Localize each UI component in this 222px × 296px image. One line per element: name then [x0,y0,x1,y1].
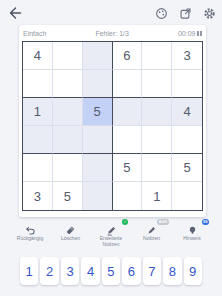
palette-icon[interactable] [155,6,168,19]
cell-r4c5[interactable] [142,126,172,154]
difficulty-label: Einfach [23,30,46,37]
cell-r5c4[interactable]: 5 [113,154,143,182]
cell-r2c4[interactable] [113,70,143,98]
cell-r5c5[interactable] [142,154,172,182]
advanced-notes-label: Erweiterte Notizen [91,235,131,248]
pen-icon [146,222,157,233]
erase-label: Löschen [61,235,80,241]
cell-r2c3[interactable] [83,70,113,98]
timer: 00:09 [178,30,196,37]
cell-r6c5[interactable]: 1 [142,182,172,210]
hint-badge: 99 [202,219,209,225]
cell-r1c2[interactable] [53,42,83,70]
cell-r3c4[interactable] [113,98,143,126]
sudoku-app: Einfach Fehler: 1/3 00:09 46315455351 Rü… [0,0,222,296]
hint-label: Hinweis [183,235,201,241]
notes-badge: AUS [157,219,168,225]
cell-r3c1[interactable]: 1 [23,98,53,126]
notes-button[interactable]: AUSNotizen [132,222,172,248]
top-bar-actions [155,6,216,19]
numpad-key-9[interactable]: 9 [184,257,202,285]
eraser-icon [65,222,76,233]
cell-r2c2[interactable] [53,70,83,98]
cell-r3c3[interactable]: 5 [83,98,113,126]
cell-r1c4[interactable]: 6 [113,42,143,70]
cell-r3c2[interactable] [53,98,83,126]
cell-r5c6[interactable]: 5 [172,154,202,182]
cell-r5c1[interactable] [23,154,53,182]
numpad-key-4[interactable]: 4 [81,257,99,285]
cell-r4c4[interactable] [113,126,143,154]
cell-r2c5[interactable] [142,70,172,98]
open-in-new-icon[interactable] [179,6,192,19]
cell-r4c6[interactable] [172,126,202,154]
cell-r6c4[interactable] [113,182,143,210]
numpad-key-8[interactable]: 8 [163,257,181,285]
cell-r6c3[interactable] [83,182,113,210]
cell-r4c1[interactable] [23,126,53,154]
undo-button[interactable]: Rückgängig [10,222,50,248]
sudoku-board: 46315455351 [22,41,203,211]
advanced-notes-button[interactable]: ✓Erweiterte Notizen [91,222,131,248]
numpad-key-1[interactable]: 1 [20,257,38,285]
cell-r1c3[interactable] [83,42,113,70]
numpad-key-7[interactable]: 7 [143,257,161,285]
cell-r5c3[interactable] [83,154,113,182]
undo-icon [25,222,36,233]
top-bar [0,0,222,25]
toolbar: RückgängigLöschen✓Erweiterte NotizenAUSN… [10,222,212,248]
settings-gear-icon[interactable] [203,6,216,19]
hint-button[interactable]: 99Hinweis [172,222,212,248]
numpad-key-3[interactable]: 3 [61,257,79,285]
status-bar: Einfach Fehler: 1/3 00:09 [19,25,206,40]
cell-r3c5[interactable] [142,98,172,126]
number-pad: 123456789 [20,257,202,285]
numpad-key-2[interactable]: 2 [40,257,58,285]
cell-r4c2[interactable] [53,126,83,154]
cell-r6c1[interactable]: 3 [23,182,53,210]
cell-r6c6[interactable] [172,182,202,210]
notes-label: Notizen [143,235,160,241]
pencil-icon [106,222,117,233]
cell-r4c3[interactable] [83,126,113,154]
back-arrow-icon[interactable] [7,5,23,21]
cell-r6c2[interactable]: 5 [53,182,83,210]
numpad-key-6[interactable]: 6 [122,257,140,285]
erase-button[interactable]: Löschen [51,222,91,248]
advanced-notes-badge: ✓ [122,219,128,225]
cell-r5c2[interactable] [53,154,83,182]
cell-r1c6[interactable]: 3 [172,42,202,70]
cell-r2c6[interactable] [172,70,202,98]
cell-r1c1[interactable]: 4 [23,42,53,70]
errors-counter: Fehler: 1/3 [95,30,128,37]
undo-label: Rückgängig [17,235,43,241]
numpad-key-5[interactable]: 5 [102,257,120,285]
pause-icon[interactable] [197,31,202,37]
bulb-icon [187,222,198,233]
cell-r1c5[interactable] [142,42,172,70]
cell-r2c1[interactable] [23,70,53,98]
game-card: Einfach Fehler: 1/3 00:09 46315455351 [19,25,206,217]
cell-r3c6[interactable]: 4 [172,98,202,126]
